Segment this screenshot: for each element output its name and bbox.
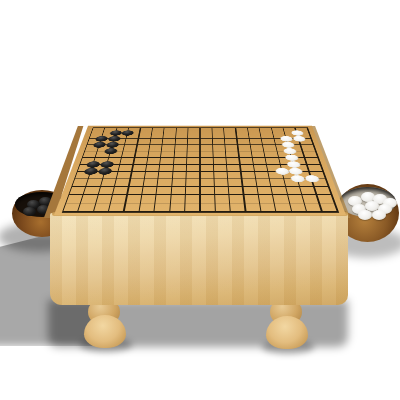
black-stone[interactable] — [99, 161, 114, 167]
goban-front-face — [50, 213, 348, 305]
white-stone[interactable] — [281, 142, 295, 148]
white-stone[interactable] — [290, 130, 303, 135]
black-stone[interactable] — [93, 142, 107, 148]
wood-grain — [50, 213, 348, 305]
white-stone[interactable] — [292, 136, 306, 141]
black-stone[interactable] — [121, 130, 134, 135]
white-stone[interactable] — [287, 161, 302, 167]
white-stone[interactable] — [304, 175, 320, 182]
black-heap-stone — [23, 207, 36, 216]
white-stone[interactable] — [290, 175, 306, 182]
go-grid[interactable] — [62, 127, 339, 212]
black-stone[interactable] — [109, 130, 122, 135]
white-heap-stone — [372, 210, 386, 220]
leg-foot — [84, 315, 126, 348]
leg-foot — [266, 316, 308, 349]
black-stone[interactable] — [104, 148, 118, 154]
goban-scene — [0, 0, 400, 400]
black-stone[interactable] — [97, 168, 112, 175]
black-stone[interactable] — [107, 136, 121, 141]
white-stone[interactable] — [285, 154, 299, 160]
black-stone[interactable] — [105, 142, 119, 148]
white-stone[interactable] — [280, 136, 294, 141]
goban-top-surface — [54, 126, 346, 215]
black-stone[interactable] — [95, 136, 109, 141]
black-stone[interactable] — [86, 161, 101, 167]
white-stone[interactable] — [288, 168, 303, 175]
black-stone[interactable] — [84, 168, 99, 175]
white-stone[interactable] — [275, 168, 290, 175]
white-stone[interactable] — [283, 148, 297, 154]
white-heap-stone — [358, 210, 372, 220]
